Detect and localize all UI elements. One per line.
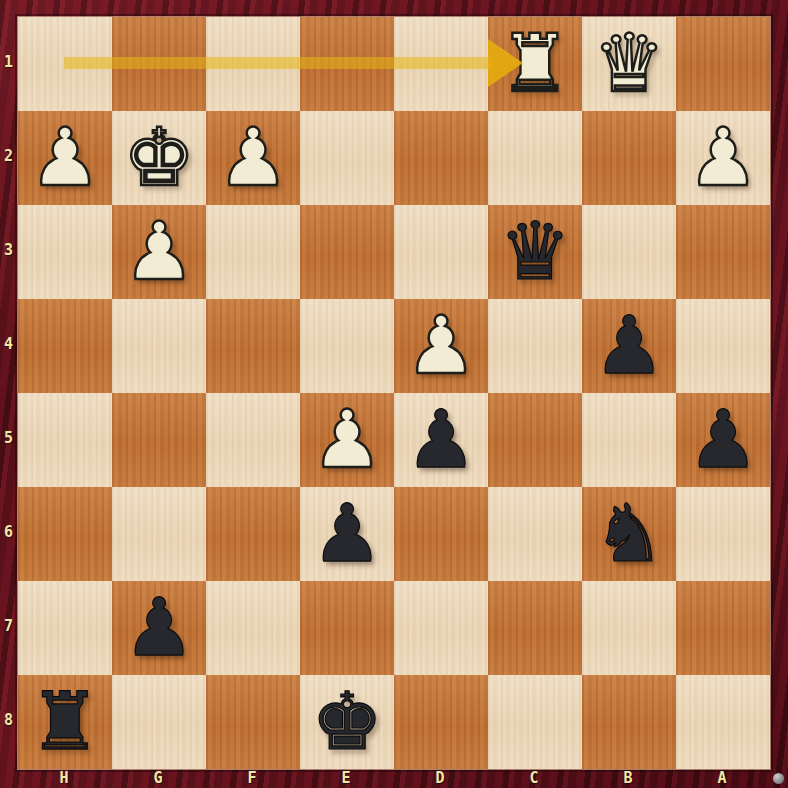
- square-f2[interactable]: ♟: [206, 111, 300, 205]
- square-d6[interactable]: [394, 487, 488, 581]
- square-e7[interactable]: [300, 581, 394, 675]
- square-d1[interactable]: [394, 17, 488, 111]
- square-c1[interactable]: ♜: [488, 17, 582, 111]
- piece-black-pawn-b4[interactable]: ♟: [593, 299, 665, 393]
- square-h3[interactable]: [18, 205, 112, 299]
- file-label-E: E: [299, 769, 393, 788]
- file-label-C: C: [487, 769, 581, 788]
- square-a3[interactable]: [676, 205, 770, 299]
- square-h8[interactable]: ♜: [18, 675, 112, 769]
- square-f5[interactable]: [206, 393, 300, 487]
- rank-label-7: 7: [0, 617, 17, 635]
- chess-board: ♜♛♟♚♟♟♟♛♟♟♟♟♟♟♞♟♜♚: [17, 16, 771, 770]
- square-e2[interactable]: [300, 111, 394, 205]
- square-a5[interactable]: ♟: [676, 393, 770, 487]
- square-e6[interactable]: ♟: [300, 487, 394, 581]
- square-b5[interactable]: [582, 393, 676, 487]
- file-label-B: B: [581, 769, 675, 788]
- square-d3[interactable]: [394, 205, 488, 299]
- square-f8[interactable]: [206, 675, 300, 769]
- square-g3[interactable]: ♟: [112, 205, 206, 299]
- square-a6[interactable]: [676, 487, 770, 581]
- piece-white-pawn-d4[interactable]: ♟: [405, 299, 477, 393]
- square-f3[interactable]: [206, 205, 300, 299]
- rank-label-2: 2: [0, 147, 17, 165]
- square-c6[interactable]: [488, 487, 582, 581]
- rank-label-8: 8: [0, 711, 17, 729]
- square-g1[interactable]: [112, 17, 206, 111]
- square-h6[interactable]: [18, 487, 112, 581]
- square-b8[interactable]: [582, 675, 676, 769]
- rank-label-3: 3: [0, 241, 17, 259]
- piece-black-pawn-e6[interactable]: ♟: [311, 487, 383, 581]
- chess-board-frame: ♜♛♟♚♟♟♟♛♟♟♟♟♟♟♞♟♜♚ 12345678HGFEDCBA: [0, 0, 788, 788]
- square-c7[interactable]: [488, 581, 582, 675]
- file-label-G: G: [111, 769, 205, 788]
- piece-white-king-g2[interactable]: ♚: [123, 111, 195, 205]
- piece-black-rook-h8[interactable]: ♜: [29, 675, 101, 769]
- square-e1[interactable]: [300, 17, 394, 111]
- piece-black-pawn-d5[interactable]: ♟: [405, 393, 477, 487]
- square-h4[interactable]: [18, 299, 112, 393]
- file-label-H: H: [17, 769, 111, 788]
- square-h7[interactable]: [18, 581, 112, 675]
- square-g6[interactable]: [112, 487, 206, 581]
- square-d5[interactable]: ♟: [394, 393, 488, 487]
- square-f1[interactable]: [206, 17, 300, 111]
- square-c5[interactable]: [488, 393, 582, 487]
- file-label-F: F: [205, 769, 299, 788]
- file-label-D: D: [393, 769, 487, 788]
- square-d4[interactable]: ♟: [394, 299, 488, 393]
- file-label-A: A: [675, 769, 769, 788]
- square-h1[interactable]: [18, 17, 112, 111]
- corner-dot-icon: [773, 773, 784, 784]
- square-c8[interactable]: [488, 675, 582, 769]
- piece-white-queen-b1[interactable]: ♛: [593, 17, 665, 111]
- piece-black-pawn-a5[interactable]: ♟: [687, 393, 759, 487]
- rank-label-6: 6: [0, 523, 17, 541]
- square-c4[interactable]: [488, 299, 582, 393]
- square-f4[interactable]: [206, 299, 300, 393]
- square-d7[interactable]: [394, 581, 488, 675]
- piece-white-pawn-e5[interactable]: ♟: [311, 393, 383, 487]
- piece-white-rook-c1[interactable]: ♜: [499, 17, 571, 111]
- square-f7[interactable]: [206, 581, 300, 675]
- square-h2[interactable]: ♟: [18, 111, 112, 205]
- square-d2[interactable]: [394, 111, 488, 205]
- piece-black-knight-b6[interactable]: ♞: [593, 487, 665, 581]
- square-c2[interactable]: [488, 111, 582, 205]
- square-a4[interactable]: [676, 299, 770, 393]
- square-g4[interactable]: [112, 299, 206, 393]
- piece-white-pawn-f2[interactable]: ♟: [217, 111, 289, 205]
- square-b7[interactable]: [582, 581, 676, 675]
- piece-black-king-e8[interactable]: ♚: [311, 675, 383, 769]
- square-b4[interactable]: ♟: [582, 299, 676, 393]
- square-e4[interactable]: [300, 299, 394, 393]
- square-g2[interactable]: ♚: [112, 111, 206, 205]
- square-a1[interactable]: [676, 17, 770, 111]
- square-b2[interactable]: [582, 111, 676, 205]
- square-e5[interactable]: ♟: [300, 393, 394, 487]
- rank-label-5: 5: [0, 429, 17, 447]
- square-a7[interactable]: [676, 581, 770, 675]
- square-e8[interactable]: ♚: [300, 675, 394, 769]
- square-a8[interactable]: [676, 675, 770, 769]
- piece-white-pawn-a2[interactable]: ♟: [687, 111, 759, 205]
- piece-black-pawn-g7[interactable]: ♟: [123, 581, 195, 675]
- square-h5[interactable]: [18, 393, 112, 487]
- square-g5[interactable]: [112, 393, 206, 487]
- rank-label-1: 1: [0, 53, 17, 71]
- piece-white-pawn-g3[interactable]: ♟: [123, 205, 195, 299]
- square-b1[interactable]: ♛: [582, 17, 676, 111]
- square-g8[interactable]: [112, 675, 206, 769]
- square-f6[interactable]: [206, 487, 300, 581]
- piece-black-queen-c3[interactable]: ♛: [499, 205, 571, 299]
- square-c3[interactable]: ♛: [488, 205, 582, 299]
- rank-label-4: 4: [0, 335, 17, 353]
- square-b3[interactable]: [582, 205, 676, 299]
- square-g7[interactable]: ♟: [112, 581, 206, 675]
- square-a2[interactable]: ♟: [676, 111, 770, 205]
- square-b6[interactable]: ♞: [582, 487, 676, 581]
- piece-white-pawn-h2[interactable]: ♟: [29, 111, 101, 205]
- square-d8[interactable]: [394, 675, 488, 769]
- square-e3[interactable]: [300, 205, 394, 299]
